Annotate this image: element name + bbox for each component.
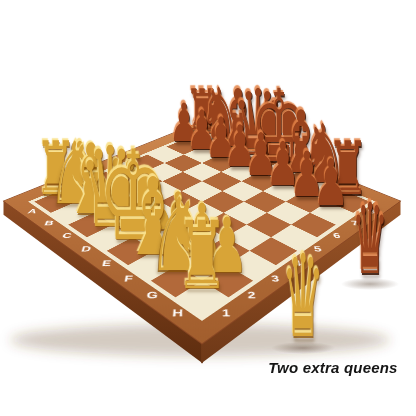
chess-set-photo: ABCDEFGH12345678 ♜♞♟♝♟♛♟♚♟♝♟♞♟♟♜♟♟♜♟♟♞♟♝… [0,0,416,416]
piece-white-rook-h1: ♜ [169,208,235,302]
caption: Two extra queens [233,359,416,376]
extra-queen-light: ♛ [273,240,332,354]
extra-queen-dark: ♛ [340,191,399,289]
